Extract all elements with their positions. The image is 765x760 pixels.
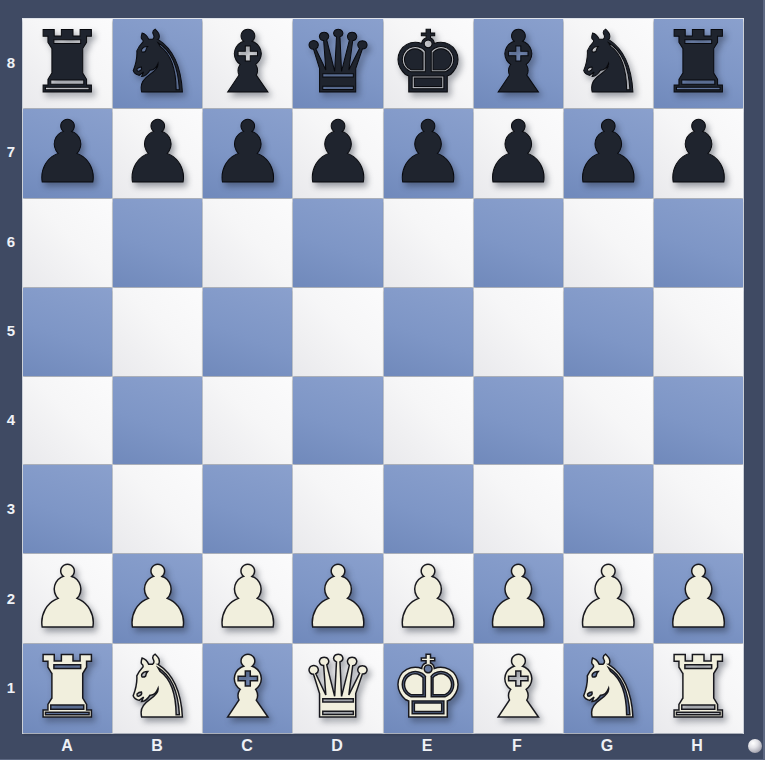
square-a1[interactable]: ♜ [23, 644, 112, 733]
piece-white-pawn[interactable]: ♟ [474, 554, 563, 643]
square-f2[interactable]: ♟ [474, 554, 563, 643]
piece-white-queen[interactable]: ♛ [293, 644, 382, 733]
piece-white-rook[interactable]: ♜ [654, 644, 743, 733]
square-g1[interactable]: ♞ [564, 644, 653, 733]
square-c1[interactable]: ♝ [203, 644, 292, 733]
square-c6[interactable] [203, 199, 292, 287]
piece-white-pawn[interactable]: ♟ [23, 554, 112, 643]
square-c4[interactable] [203, 377, 292, 465]
square-c3[interactable] [203, 465, 292, 553]
square-e3[interactable] [384, 465, 473, 553]
square-b5[interactable] [113, 288, 202, 376]
piece-white-pawn[interactable]: ♟ [654, 554, 743, 643]
file-label-d: D [292, 733, 382, 759]
square-f3[interactable] [474, 465, 563, 553]
square-b2[interactable]: ♟ [113, 554, 202, 643]
file-label-h: H [652, 733, 742, 759]
square-h2[interactable]: ♟ [654, 554, 743, 643]
square-e1[interactable]: ♚ [384, 644, 473, 733]
file-label-e: E [382, 733, 472, 759]
piece-black-king[interactable]: ♚ [384, 19, 473, 108]
square-a7[interactable]: ♟ [23, 109, 112, 198]
rank-label-6: 6 [0, 197, 22, 286]
rank-label-3: 3 [0, 464, 22, 553]
square-h6[interactable] [654, 199, 743, 287]
square-e5[interactable] [384, 288, 473, 376]
square-e6[interactable] [384, 199, 473, 287]
square-b1[interactable]: ♞ [113, 644, 202, 733]
square-c8[interactable]: ♝ [203, 19, 292, 108]
piece-white-bishop[interactable]: ♝ [203, 644, 292, 733]
board-resize-ball-icon[interactable] [748, 739, 762, 753]
square-b7[interactable]: ♟ [113, 109, 202, 198]
square-g5[interactable] [564, 288, 653, 376]
piece-white-rook[interactable]: ♜ [23, 644, 112, 733]
square-b8[interactable]: ♞ [113, 19, 202, 108]
file-label-f: F [472, 733, 562, 759]
file-label-g: G [562, 733, 652, 759]
rank-label-2: 2 [0, 554, 22, 643]
square-e2[interactable]: ♟ [384, 554, 473, 643]
piece-black-pawn[interactable]: ♟ [384, 109, 473, 198]
square-b4[interactable] [113, 377, 202, 465]
piece-white-king[interactable]: ♚ [384, 644, 473, 733]
square-d8[interactable]: ♛ [293, 19, 382, 108]
square-d6[interactable] [293, 199, 382, 287]
square-a8[interactable]: ♜ [23, 19, 112, 108]
piece-white-bishop[interactable]: ♝ [474, 644, 563, 733]
square-h1[interactable]: ♜ [654, 644, 743, 733]
square-g8[interactable]: ♞ [564, 19, 653, 108]
file-labels: ABCDEFGH [22, 733, 742, 759]
square-b3[interactable] [113, 465, 202, 553]
chess-board: ♜♞♝♛♚♝♞♜♟♟♟♟♟♟♟♟♟♟♟♟♟♟♟♟♜♞♝♛♚♝♞♜ [22, 18, 744, 734]
square-f5[interactable] [474, 288, 563, 376]
file-label-b: B [112, 733, 202, 759]
square-d3[interactable] [293, 465, 382, 553]
piece-black-pawn[interactable]: ♟ [654, 109, 743, 198]
rank-label-4: 4 [0, 375, 22, 464]
piece-white-pawn[interactable]: ♟ [113, 554, 202, 643]
square-f6[interactable] [474, 199, 563, 287]
square-h7[interactable]: ♟ [654, 109, 743, 198]
piece-black-pawn[interactable]: ♟ [474, 109, 563, 198]
square-h3[interactable] [654, 465, 743, 553]
square-f1[interactable]: ♝ [474, 644, 563, 733]
square-f7[interactable]: ♟ [474, 109, 563, 198]
piece-black-bishop[interactable]: ♝ [474, 19, 563, 108]
piece-black-pawn[interactable]: ♟ [564, 109, 653, 198]
piece-white-pawn[interactable]: ♟ [293, 554, 382, 643]
square-h8[interactable]: ♜ [654, 19, 743, 108]
piece-white-pawn[interactable]: ♟ [384, 554, 473, 643]
piece-black-knight[interactable]: ♞ [564, 19, 653, 108]
rank-label-7: 7 [0, 107, 22, 196]
chess-board-frame: 87654321 ♜♞♝♛♚♝♞♜♟♟♟♟♟♟♟♟♟♟♟♟♟♟♟♟♜♞♝♛♚♝♞… [0, 0, 765, 760]
square-g3[interactable] [564, 465, 653, 553]
rank-labels: 87654321 [0, 18, 22, 732]
square-g4[interactable] [564, 377, 653, 465]
square-f8[interactable]: ♝ [474, 19, 563, 108]
piece-white-knight[interactable]: ♞ [564, 644, 653, 733]
square-d5[interactable] [293, 288, 382, 376]
piece-black-pawn[interactable]: ♟ [203, 109, 292, 198]
square-d7[interactable]: ♟ [293, 109, 382, 198]
square-d2[interactable]: ♟ [293, 554, 382, 643]
square-e7[interactable]: ♟ [384, 109, 473, 198]
piece-black-pawn[interactable]: ♟ [23, 109, 112, 198]
square-e8[interactable]: ♚ [384, 19, 473, 108]
file-label-c: C [202, 733, 292, 759]
square-g6[interactable] [564, 199, 653, 287]
rank-label-5: 5 [0, 286, 22, 375]
square-d4[interactable] [293, 377, 382, 465]
piece-black-pawn[interactable]: ♟ [113, 109, 202, 198]
piece-black-rook[interactable]: ♜ [23, 19, 112, 108]
square-a4[interactable] [23, 377, 112, 465]
rank-label-8: 8 [0, 18, 22, 107]
square-g2[interactable]: ♟ [564, 554, 653, 643]
rank-label-1: 1 [0, 643, 22, 732]
square-h5[interactable] [654, 288, 743, 376]
square-b6[interactable] [113, 199, 202, 287]
square-d1[interactable]: ♛ [293, 644, 382, 733]
piece-white-pawn[interactable]: ♟ [203, 554, 292, 643]
square-c5[interactable] [203, 288, 292, 376]
square-g7[interactable]: ♟ [564, 109, 653, 198]
piece-black-bishop[interactable]: ♝ [203, 19, 292, 108]
piece-black-knight[interactable]: ♞ [113, 19, 202, 108]
piece-black-queen[interactable]: ♛ [293, 19, 382, 108]
square-c2[interactable]: ♟ [203, 554, 292, 643]
square-a3[interactable] [23, 465, 112, 553]
square-a2[interactable]: ♟ [23, 554, 112, 643]
square-a6[interactable] [23, 199, 112, 287]
file-label-a: A [22, 733, 112, 759]
square-e4[interactable] [384, 377, 473, 465]
piece-white-pawn[interactable]: ♟ [564, 554, 653, 643]
square-h4[interactable] [654, 377, 743, 465]
piece-black-pawn[interactable]: ♟ [293, 109, 382, 198]
piece-black-rook[interactable]: ♜ [654, 19, 743, 108]
square-c7[interactable]: ♟ [203, 109, 292, 198]
piece-white-knight[interactable]: ♞ [113, 644, 202, 733]
square-a5[interactable] [23, 288, 112, 376]
square-f4[interactable] [474, 377, 563, 465]
